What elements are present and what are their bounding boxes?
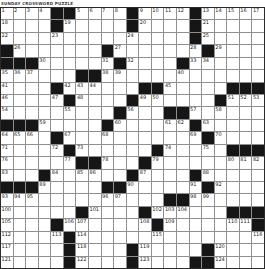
cell-r20c20[interactable] — [240, 244, 252, 255]
cell-r18c12[interactable]: 108 — [139, 219, 151, 230]
cell-r7c8[interactable]: 44 — [89, 83, 101, 94]
cell-r10c17[interactable]: 63 — [202, 120, 214, 131]
cell-r13c4[interactable] — [39, 157, 51, 168]
cell-r19c9[interactable] — [102, 232, 114, 243]
cell-r17c3[interactable] — [26, 207, 38, 218]
cell-r13c2[interactable] — [14, 157, 26, 168]
cell-r1c7[interactable]: 5 — [76, 8, 88, 19]
cell-r21c5[interactable] — [51, 257, 63, 268]
cell-r10c18[interactable] — [215, 120, 227, 131]
cell-r1c13[interactable]: 10 — [152, 8, 164, 19]
cell-r19c3[interactable] — [26, 232, 38, 243]
cell-r9c20[interactable] — [240, 107, 252, 118]
cell-r14c19[interactable] — [227, 170, 239, 181]
cell-r8c13[interactable]: 50 — [152, 95, 164, 106]
cell-r2c20[interactable] — [240, 20, 252, 31]
cell-r1c9[interactable]: 7 — [102, 8, 114, 19]
cell-r2c7[interactable] — [76, 20, 88, 31]
cell-r16c5[interactable] — [51, 194, 63, 205]
cell-r12c15[interactable] — [177, 145, 189, 156]
cell-r20c1[interactable]: 117 — [1, 244, 13, 255]
cell-r3c9[interactable] — [102, 33, 114, 44]
cell-r20c4[interactable] — [39, 244, 51, 255]
cell-r10c15[interactable]: 62 — [177, 120, 189, 131]
cell-r5c18[interactable] — [215, 58, 227, 69]
cell-r14c10[interactable] — [114, 170, 126, 181]
cell-r7c4[interactable] — [39, 83, 51, 94]
cell-r20c21[interactable] — [252, 244, 264, 255]
cell-r20c18[interactable]: 120 — [215, 244, 227, 255]
cell-r4c13[interactable] — [152, 45, 164, 56]
cell-r16c12[interactable] — [139, 194, 151, 205]
cell-r18c18[interactable] — [215, 219, 227, 230]
cell-r4c10[interactable]: 27 — [114, 45, 126, 56]
cell-r16c11[interactable] — [127, 194, 139, 205]
cell-r7c17[interactable] — [202, 83, 214, 94]
cell-r15c20[interactable] — [240, 182, 252, 193]
cell-r5c16[interactable]: 33 — [190, 58, 202, 69]
cell-r9c5[interactable] — [51, 107, 63, 118]
cell-r14c20[interactable] — [240, 170, 252, 181]
cell-r20c16[interactable] — [190, 244, 202, 255]
cell-r11c14[interactable] — [164, 132, 176, 143]
cell-r2c19[interactable] — [227, 20, 239, 31]
cell-r8c12[interactable]: 49 — [139, 95, 151, 106]
cell-r19c5[interactable]: 113 — [51, 232, 63, 243]
cell-r6c16[interactable] — [190, 70, 202, 81]
cell-r21c14[interactable] — [164, 257, 176, 268]
cell-r3c14[interactable] — [164, 33, 176, 44]
cell-r9c11[interactable]: 56 — [127, 107, 139, 118]
cell-r9c21[interactable] — [252, 107, 264, 118]
cell-r4c19[interactable] — [227, 45, 239, 56]
cell-r11c1[interactable]: 64 — [1, 132, 13, 143]
cell-r21c7[interactable]: 122 — [76, 257, 88, 268]
cell-r4c7[interactable] — [76, 45, 88, 56]
cell-r5c17[interactable]: 34 — [202, 58, 214, 69]
cell-r16c9[interactable]: 96 — [102, 194, 114, 205]
cell-r19c15[interactable] — [177, 232, 189, 243]
cell-r20c8[interactable] — [89, 244, 101, 255]
cell-r8c8[interactable] — [89, 95, 101, 106]
cell-r16c8[interactable] — [89, 194, 101, 205]
cell-r14c9[interactable] — [102, 170, 114, 181]
cell-r15c4[interactable]: 89 — [39, 182, 51, 193]
cell-r2c8[interactable] — [89, 20, 101, 31]
cell-r16c1[interactable]: 93 — [1, 194, 13, 205]
cell-r2c10[interactable] — [114, 20, 126, 31]
cell-r2c2[interactable] — [14, 20, 26, 31]
cell-r21c19[interactable] — [227, 257, 239, 268]
cell-r21c12[interactable]: 123 — [139, 257, 151, 268]
cell-r4c12[interactable] — [139, 45, 151, 56]
cell-r1c21[interactable]: 17 — [252, 8, 264, 19]
cell-r19c7[interactable]: 114 — [76, 232, 88, 243]
cell-r1c17[interactable]: 13 — [202, 8, 214, 19]
cell-r17c15[interactable]: 104 — [177, 207, 189, 218]
cell-r10c14[interactable]: 61 — [164, 120, 176, 131]
cell-r18c11[interactable] — [127, 219, 139, 230]
cell-r6c14[interactable] — [164, 70, 176, 81]
cell-r13c10[interactable] — [114, 157, 126, 168]
cell-r20c12[interactable]: 119 — [139, 244, 151, 255]
cell-r18c14[interactable]: 109 — [164, 219, 176, 230]
cell-r13c21[interactable]: 82 — [252, 157, 264, 168]
cell-r16c18[interactable] — [215, 194, 227, 205]
cell-r1c4[interactable]: 4 — [39, 8, 51, 19]
cell-r14c8[interactable]: 86 — [89, 170, 101, 181]
cell-r12c16[interactable] — [190, 145, 202, 156]
cell-r13c5[interactable] — [51, 157, 63, 168]
cell-r21c4[interactable] — [39, 257, 51, 268]
cell-r11c15[interactable] — [177, 132, 189, 143]
cell-r19c12[interactable] — [139, 232, 151, 243]
cell-r6c19[interactable] — [227, 70, 239, 81]
cell-r1c2[interactable]: 2 — [14, 8, 26, 19]
cell-r16c10[interactable]: 97 — [114, 194, 126, 205]
cell-r21c21[interactable] — [252, 257, 264, 268]
cell-r1c15[interactable]: 12 — [177, 8, 189, 19]
cell-r4c8[interactable] — [89, 45, 101, 56]
cell-r14c18[interactable] — [215, 170, 227, 181]
cell-r15c14[interactable] — [164, 182, 176, 193]
cell-r18c17[interactable] — [202, 219, 214, 230]
cell-r13c6[interactable]: 77 — [64, 157, 76, 168]
cell-r20c5[interactable] — [51, 244, 63, 255]
cell-r12c12[interactable] — [139, 145, 151, 156]
cell-r19c11[interactable] — [127, 232, 139, 243]
cell-r7c15[interactable] — [177, 83, 189, 94]
cell-r15c21[interactable] — [252, 182, 264, 193]
cell-r7c14[interactable]: 45 — [164, 83, 176, 94]
cell-r11c20[interactable] — [240, 132, 252, 143]
cell-r13c3[interactable] — [26, 157, 38, 168]
cell-r3c5[interactable]: 23 — [51, 33, 63, 44]
cell-r5c4[interactable]: 30 — [39, 58, 51, 69]
cell-r1c14[interactable]: 11 — [164, 8, 176, 19]
cell-r8c3[interactable] — [26, 95, 38, 106]
cell-r12c4[interactable] — [39, 145, 51, 156]
cell-r17c4[interactable] — [39, 207, 51, 218]
cell-r14c3[interactable] — [26, 170, 38, 181]
cell-r4c5[interactable] — [51, 45, 63, 56]
cell-r6c4[interactable] — [39, 70, 51, 81]
cell-r3c13[interactable] — [152, 33, 164, 44]
cell-r16c2[interactable]: 94 — [14, 194, 26, 205]
cell-r9c12[interactable] — [139, 107, 151, 118]
cell-r13c20[interactable]: 81 — [240, 157, 252, 168]
cell-r8c5[interactable]: 47 — [51, 95, 63, 106]
cell-r4c4[interactable] — [39, 45, 51, 56]
cell-r19c4[interactable] — [39, 232, 51, 243]
cell-r20c19[interactable] — [227, 244, 239, 255]
cell-r2c12[interactable]: 20 — [139, 20, 151, 31]
cell-r6c6[interactable] — [64, 70, 76, 81]
cell-r16c21[interactable] — [252, 194, 264, 205]
cell-r1c10[interactable]: 8 — [114, 8, 126, 19]
cell-r14c1[interactable]: 83 — [1, 170, 13, 181]
cell-r12c7[interactable]: 73 — [76, 145, 88, 156]
cell-r7c9[interactable] — [102, 83, 114, 94]
cell-r7c1[interactable]: 41 — [1, 83, 13, 94]
cell-r11c9[interactable]: 68 — [102, 132, 114, 143]
cell-r13c9[interactable]: 78 — [102, 157, 114, 168]
cell-r11c12[interactable] — [139, 132, 151, 143]
cell-r4c6[interactable] — [64, 45, 76, 56]
cell-r11c3[interactable]: 66 — [26, 132, 38, 143]
cell-r6c12[interactable] — [139, 70, 151, 81]
cell-r11c11[interactable] — [127, 132, 139, 143]
cell-r20c9[interactable] — [102, 244, 114, 255]
cell-r16c19[interactable] — [227, 194, 239, 205]
cell-r8c19[interactable]: 51 — [227, 95, 239, 106]
cell-r17c1[interactable]: 100 — [1, 207, 13, 218]
cell-r7c7[interactable]: 43 — [76, 83, 88, 94]
cell-r6c17[interactable] — [202, 70, 214, 81]
cell-r7c10[interactable] — [114, 83, 126, 94]
cell-r18c8[interactable] — [89, 219, 101, 230]
cell-r8c9[interactable] — [102, 95, 114, 106]
cell-r3c8[interactable] — [89, 33, 101, 44]
cell-r12c5[interactable]: 72 — [51, 145, 63, 156]
cell-r11c4[interactable] — [39, 132, 51, 143]
cell-r12c1[interactable]: 71 — [1, 145, 13, 156]
cell-r2c17[interactable]: 21 — [202, 20, 214, 31]
cell-r5c20[interactable] — [240, 58, 252, 69]
cell-r5c9[interactable]: 31 — [102, 58, 114, 69]
cell-r6c18[interactable] — [215, 70, 227, 81]
cell-r1c19[interactable]: 15 — [227, 8, 239, 19]
cell-r8c21[interactable]: 53 — [252, 95, 264, 106]
cell-r9c4[interactable] — [39, 107, 51, 118]
cell-r13c17[interactable] — [202, 157, 214, 168]
cell-r15c5[interactable] — [51, 182, 63, 193]
cell-r11c7[interactable] — [76, 132, 88, 143]
cell-r5c21[interactable] — [252, 58, 264, 69]
cell-r8c7[interactable]: 48 — [76, 95, 88, 106]
cell-r4c20[interactable] — [240, 45, 252, 56]
cell-r9c16[interactable]: 57 — [190, 107, 202, 118]
cell-r8c16[interactable] — [190, 95, 202, 106]
cell-r2c18[interactable] — [215, 20, 227, 31]
cell-r18c15[interactable] — [177, 219, 189, 230]
cell-r2c13[interactable] — [152, 20, 164, 31]
cell-r1c8[interactable]: 6 — [89, 8, 101, 19]
cell-r9c6[interactable]: 55 — [64, 107, 76, 118]
cell-r20c10[interactable] — [114, 244, 126, 255]
cell-r13c14[interactable] — [164, 157, 176, 168]
cell-r21c15[interactable] — [177, 257, 189, 268]
cell-r3c12[interactable] — [139, 33, 151, 44]
cell-r21c20[interactable] — [240, 257, 252, 268]
cell-r18c19[interactable]: 110 — [227, 219, 239, 230]
cell-r6c3[interactable]: 37 — [26, 70, 38, 81]
cell-r15c15[interactable] — [177, 182, 189, 193]
cell-r16c7[interactable] — [76, 194, 88, 205]
cell-r14c12[interactable]: 87 — [139, 170, 151, 181]
cell-r10c19[interactable] — [227, 120, 239, 131]
cell-r13c1[interactable]: 76 — [1, 157, 13, 168]
cell-r12c10[interactable] — [114, 145, 126, 156]
cell-r21c18[interactable]: 124 — [215, 257, 227, 268]
cell-r21c13[interactable] — [152, 257, 164, 268]
cell-r13c19[interactable]: 80 — [227, 157, 239, 168]
cell-r19c10[interactable] — [114, 232, 126, 243]
cell-r18c6[interactable]: 106 — [64, 219, 76, 230]
cell-r19c8[interactable] — [89, 232, 101, 243]
cell-r3c4[interactable] — [39, 33, 51, 44]
cell-r14c21[interactable] — [252, 170, 264, 181]
cell-r3c6[interactable] — [64, 33, 76, 44]
cell-r13c18[interactable] — [215, 157, 227, 168]
cell-r15c6[interactable] — [64, 182, 76, 193]
cell-r12c2[interactable] — [14, 145, 26, 156]
cell-r18c20[interactable]: 111 — [240, 219, 252, 230]
cell-r1c18[interactable]: 14 — [215, 8, 227, 19]
cell-r21c8[interactable] — [89, 257, 101, 268]
cell-r19c18[interactable] — [215, 232, 227, 243]
cell-r16c17[interactable]: 99 — [202, 194, 214, 205]
cell-r20c7[interactable]: 118 — [76, 244, 88, 255]
cell-r16c20[interactable] — [240, 194, 252, 205]
cell-r7c18[interactable] — [215, 83, 227, 94]
cell-r11c16[interactable]: 69 — [190, 132, 202, 143]
cell-r2c9[interactable] — [102, 20, 114, 31]
cell-r14c7[interactable]: 85 — [76, 170, 88, 181]
cell-r8c20[interactable]: 52 — [240, 95, 252, 106]
cell-r17c5[interactable] — [51, 207, 63, 218]
cell-r10c8[interactable] — [89, 120, 101, 131]
cell-r14c5[interactable]: 84 — [51, 170, 63, 181]
cell-r5c19[interactable] — [227, 58, 239, 69]
cell-r8c17[interactable] — [202, 95, 214, 106]
cell-r10c10[interactable]: 60 — [114, 120, 126, 131]
cell-r10c21[interactable] — [252, 120, 264, 131]
cell-r16c6[interactable] — [64, 194, 76, 205]
cell-r14c2[interactable] — [14, 170, 26, 181]
cell-r10c11[interactable] — [127, 120, 139, 131]
cell-r15c19[interactable] — [227, 182, 239, 193]
cell-r14c14[interactable] — [164, 170, 176, 181]
cell-r7c11[interactable] — [127, 83, 139, 94]
cell-r20c2[interactable] — [14, 244, 26, 255]
cell-r6c2[interactable]: 36 — [14, 70, 26, 81]
cell-r19c21[interactable]: 116 — [252, 232, 264, 243]
cell-r4c14[interactable] — [164, 45, 176, 56]
cell-r3c20[interactable] — [240, 33, 252, 44]
cell-r1c1[interactable]: 1 — [1, 8, 13, 19]
cell-r19c19[interactable] — [227, 232, 239, 243]
cell-r12c14[interactable]: 74 — [164, 145, 176, 156]
cell-r3c2[interactable] — [14, 33, 26, 44]
cell-r11c19[interactable] — [227, 132, 239, 143]
cell-r2c15[interactable] — [177, 20, 189, 31]
cell-r11c13[interactable] — [152, 132, 164, 143]
cell-r11c10[interactable] — [114, 132, 126, 143]
cell-r17c6[interactable] — [64, 207, 76, 218]
cell-r12c11[interactable] — [127, 145, 139, 156]
cell-r9c2[interactable] — [14, 107, 26, 118]
cell-r19c1[interactable]: 112 — [1, 232, 13, 243]
cell-r20c13[interactable] — [152, 244, 164, 255]
cell-r8c1[interactable]: 46 — [1, 95, 13, 106]
cell-r1c12[interactable]: 9 — [139, 8, 151, 19]
cell-r20c3[interactable] — [26, 244, 38, 255]
cell-r4c2[interactable]: 26 — [14, 45, 26, 56]
cell-r7c2[interactable] — [14, 83, 26, 94]
cell-r18c10[interactable] — [114, 219, 126, 230]
cell-r16c13[interactable] — [152, 194, 164, 205]
cell-r5c6[interactable] — [64, 58, 76, 69]
cell-r12c8[interactable] — [89, 145, 101, 156]
cell-r9c19[interactable] — [227, 107, 239, 118]
cell-r19c20[interactable] — [240, 232, 252, 243]
cell-r5c7[interactable] — [76, 58, 88, 69]
cell-r8c2[interactable] — [14, 95, 26, 106]
cell-r4c18[interactable]: 29 — [215, 45, 227, 56]
cell-r12c17[interactable]: 75 — [202, 145, 214, 156]
cell-r10c20[interactable] — [240, 120, 252, 131]
cell-r17c8[interactable]: 101 — [89, 207, 101, 218]
cell-r15c13[interactable] — [152, 182, 164, 193]
cell-r21c2[interactable] — [14, 257, 26, 268]
cell-r3c11[interactable]: 24 — [127, 33, 139, 44]
cell-r19c14[interactable] — [164, 232, 176, 243]
cell-r5c5[interactable] — [51, 58, 63, 69]
cell-r4c15[interactable] — [177, 45, 189, 56]
cell-r21c3[interactable] — [26, 257, 38, 268]
cell-r11c2[interactable]: 65 — [14, 132, 26, 143]
cell-r17c17[interactable] — [202, 207, 214, 218]
cell-r3c15[interactable] — [177, 33, 189, 44]
cell-r7c16[interactable] — [190, 83, 202, 94]
cell-r17c9[interactable] — [102, 207, 114, 218]
cell-r17c14[interactable]: 103 — [164, 207, 176, 218]
cell-r15c8[interactable] — [89, 182, 101, 193]
cell-r9c9[interactable] — [102, 107, 114, 118]
cell-r18c1[interactable]: 105 — [1, 219, 13, 230]
cell-r10c7[interactable] — [76, 120, 88, 131]
cell-r21c1[interactable]: 121 — [1, 257, 13, 268]
cell-r4c11[interactable] — [127, 45, 139, 56]
cell-r11c8[interactable] — [89, 132, 101, 143]
cell-r5c12[interactable] — [139, 58, 151, 69]
cell-r5c11[interactable]: 32 — [127, 58, 139, 69]
cell-r6c5[interactable] — [51, 70, 63, 81]
cell-r6c9[interactable]: 38 — [102, 70, 114, 81]
cell-r2c21[interactable] — [252, 20, 264, 31]
cell-r18c7[interactable]: 107 — [76, 219, 88, 230]
cell-r11c21[interactable] — [252, 132, 264, 143]
cell-r3c19[interactable] — [227, 33, 239, 44]
cell-r12c3[interactable] — [26, 145, 38, 156]
cell-r4c21[interactable] — [252, 45, 264, 56]
cell-r15c7[interactable] — [76, 182, 88, 193]
cell-r8c15[interactable] — [177, 95, 189, 106]
cell-r8c4[interactable] — [39, 95, 51, 106]
cell-r2c4[interactable] — [39, 20, 51, 31]
cell-r9c17[interactable] — [202, 107, 214, 118]
cell-r5c13[interactable] — [152, 58, 164, 69]
cell-r6c1[interactable]: 35 — [1, 70, 13, 81]
cell-r1c20[interactable]: 16 — [240, 8, 252, 19]
cell-r11c18[interactable]: 70 — [215, 132, 227, 143]
cell-r21c10[interactable] — [114, 257, 126, 268]
cell-r6c15[interactable]: 40 — [177, 70, 189, 81]
cell-r2c1[interactable]: 18 — [1, 20, 13, 31]
cell-r16c16[interactable]: 98 — [190, 194, 202, 205]
cell-r13c13[interactable]: 79 — [152, 157, 164, 168]
